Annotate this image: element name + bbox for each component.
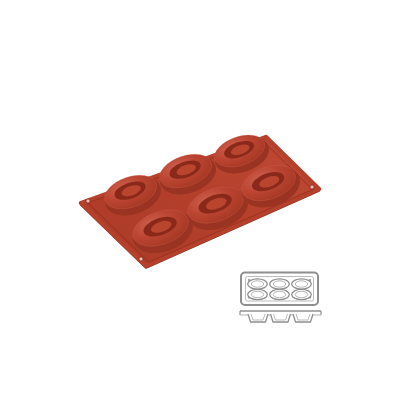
- diagram-top-view: [241, 273, 318, 306]
- product-photo: [0, 0, 400, 400]
- product-image-svg: [0, 0, 400, 400]
- diagram-side-view: [240, 311, 321, 322]
- hanging-hole: [86, 199, 90, 203]
- hanging-hole: [310, 185, 314, 189]
- hanging-hole: [139, 257, 143, 261]
- dimension-diagram: [240, 273, 321, 323]
- silicone-mold: [81, 128, 319, 267]
